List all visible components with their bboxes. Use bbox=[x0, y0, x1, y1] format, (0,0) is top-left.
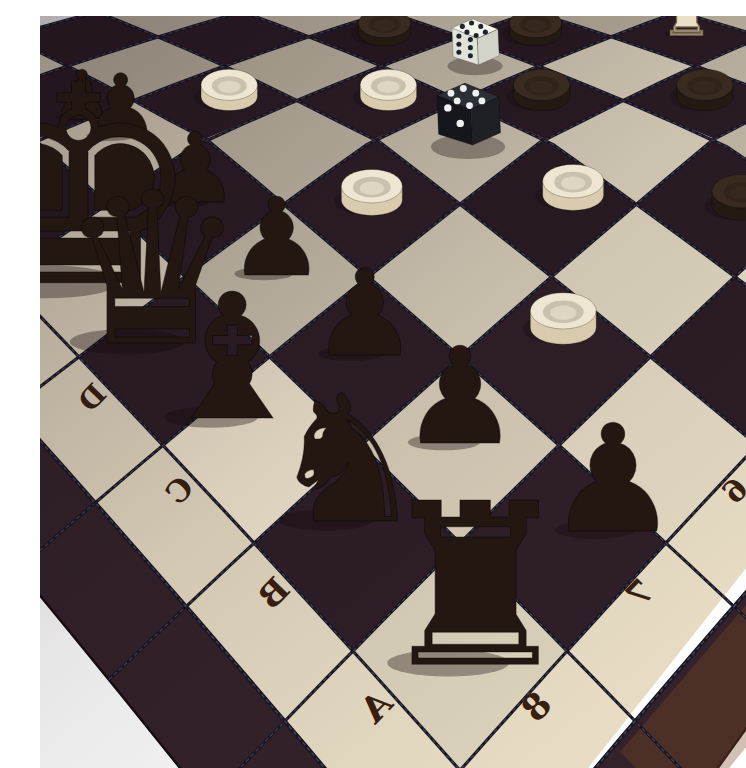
svg-text:♜: ♜ bbox=[374, 455, 576, 717]
combination-chess-checkers-board: ABCDEFGH87654321 ♜♝♟♟♟♟♚♛♟♝♟♞♟♜ bbox=[40, 16, 746, 768]
svg-text:♝: ♝ bbox=[743, 16, 746, 81]
light-bishop-c2: ♝ bbox=[743, 16, 746, 81]
dark-checker-f4 bbox=[351, 16, 411, 46]
light-rook-d2: ♜ bbox=[661, 16, 712, 48]
dark-rook-a8: ♜ bbox=[374, 455, 576, 717]
board-photo: Chess and checkers combination set — woo… bbox=[40, 16, 746, 768]
svg-text:♜: ♜ bbox=[661, 16, 712, 48]
dark-checker-e3 bbox=[502, 16, 562, 46]
